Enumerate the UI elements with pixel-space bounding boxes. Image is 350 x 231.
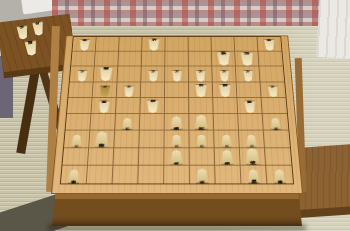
square-9e[interactable]: [67, 98, 93, 114]
shogi-piece-white-p[interactable]: 歩兵: [267, 86, 279, 98]
spectator-white-garment: [316, 0, 350, 59]
square-8c[interactable]: 飛車: [94, 67, 119, 82]
square-4c[interactable]: 歩兵: [189, 67, 213, 82]
shogi-piece-white-l[interactable]: 香車: [263, 39, 275, 50]
shogi-piece-black-n[interactable]: 桂馬: [247, 169, 261, 183]
square-9f[interactable]: [66, 114, 92, 131]
square-2b[interactable]: 角行: [235, 52, 259, 67]
square-6h[interactable]: [139, 148, 165, 166]
shogi-piece-white-p[interactable]: 歩兵: [99, 86, 111, 98]
shogi-piece-white-p[interactable]: 歩兵: [147, 70, 158, 81]
shogi-piece-white-p[interactable]: 歩兵: [195, 70, 206, 81]
shogi-piece-white-n[interactable]: 桂馬: [243, 101, 256, 114]
square-7c[interactable]: [117, 67, 141, 82]
square-9a[interactable]: 香車: [72, 37, 96, 52]
square-3b[interactable]: 王将: [212, 52, 236, 67]
square-7b[interactable]: [118, 52, 142, 67]
square-1c[interactable]: [259, 67, 284, 82]
shogi-piece-white-r[interactable]: 飛車: [98, 67, 113, 81]
square-4a[interactable]: [188, 37, 211, 52]
square-5b[interactable]: [165, 52, 189, 67]
square-3h[interactable]: 銀将: [215, 148, 241, 166]
shogi-piece-black-p[interactable]: 歩兵: [196, 135, 208, 147]
shogi-piece-black-l[interactable]: 香車: [67, 169, 81, 183]
captured-piece-p[interactable]: 歩兵: [16, 25, 30, 40]
shogi-piece-white-s[interactable]: 銀将: [218, 84, 231, 97]
square-2h[interactable]: 玉将: [240, 148, 266, 166]
square-9d[interactable]: [68, 82, 93, 98]
shogi-piece-black-g[interactable]: 金将: [170, 150, 184, 165]
shogi-piece-white-p[interactable]: 歩兵: [171, 70, 182, 81]
square-3d[interactable]: 銀将: [213, 82, 238, 98]
shogi-piece-black-p[interactable]: 歩兵: [269, 118, 281, 130]
square-3c[interactable]: 歩兵: [212, 67, 236, 82]
board-front-face: [52, 190, 302, 226]
square-2i[interactable]: 桂馬: [241, 165, 268, 183]
square-7g[interactable]: [114, 131, 140, 148]
square-6d[interactable]: [141, 82, 165, 98]
shogi-piece-black-p[interactable]: 歩兵: [121, 118, 133, 130]
shogi-piece-white-p[interactable]: 歩兵: [123, 86, 135, 98]
square-8e[interactable]: 桂馬: [91, 98, 116, 114]
square-4b[interactable]: [189, 52, 213, 67]
square-1f[interactable]: 歩兵: [263, 114, 289, 131]
shogi-piece-white-g[interactable]: 金将: [147, 39, 160, 51]
shogi-board-surface: 香車金将香車王将角行歩兵飛車歩兵歩兵歩兵歩兵歩兵歩兵歩兵金将銀将歩兵桂馬銀将桂馬…: [51, 36, 303, 194]
captured-piece-p[interactable]: 歩兵: [31, 21, 45, 36]
square-5h[interactable]: 金将: [164, 148, 189, 166]
square-1g[interactable]: [264, 131, 290, 148]
board-shadow: [48, 224, 306, 231]
shogi-piece-black-p[interactable]: 歩兵: [245, 135, 257, 147]
square-5f[interactable]: 銀将: [165, 114, 190, 131]
square-7f[interactable]: 歩兵: [115, 114, 140, 131]
square-5e[interactable]: [165, 98, 189, 114]
shogi-piece-black-r[interactable]: 飛車: [94, 131, 110, 147]
square-8i[interactable]: [87, 165, 114, 183]
square-8f[interactable]: [90, 114, 116, 131]
square-4i[interactable]: 金将: [190, 165, 216, 183]
shogi-piece-black-p[interactable]: 歩兵: [171, 135, 183, 147]
square-9i[interactable]: 香車: [61, 165, 88, 183]
square-3f[interactable]: [214, 114, 239, 131]
shogi-piece-black-k[interactable]: 玉将: [244, 148, 260, 164]
shogi-piece-white-p[interactable]: 歩兵: [218, 70, 229, 81]
square-1d[interactable]: 歩兵: [260, 82, 285, 98]
shogi-piece-black-s[interactable]: 銀将: [170, 116, 183, 130]
square-8d[interactable]: 歩兵: [93, 82, 118, 98]
square-6a[interactable]: 金将: [142, 37, 165, 52]
square-6g[interactable]: [139, 131, 164, 148]
square-5i[interactable]: [164, 165, 190, 183]
square-4f[interactable]: 角行: [189, 114, 214, 131]
captured-piece-n[interactable]: 桂馬: [24, 40, 39, 56]
player-plaid-clothing: [52, 0, 334, 26]
square-9h[interactable]: [62, 148, 89, 166]
shogi-piece-black-g[interactable]: 金将: [195, 168, 209, 183]
square-6i[interactable]: [138, 165, 164, 183]
square-4g[interactable]: 歩兵: [189, 131, 214, 148]
square-7a[interactable]: [119, 37, 143, 52]
square-8b[interactable]: [95, 52, 119, 67]
square-7d[interactable]: 歩兵: [117, 82, 142, 98]
shogi-piece-black-s[interactable]: 銀将: [220, 150, 234, 165]
shogi-piece-black-p[interactable]: 歩兵: [70, 135, 82, 147]
shogi-piece-black-b[interactable]: 角行: [194, 115, 209, 130]
square-6e[interactable]: 銀将: [140, 98, 165, 114]
square-2f[interactable]: [238, 114, 264, 131]
square-7i[interactable]: [113, 165, 139, 183]
photo-of-shogi-game: 歩兵歩兵桂馬 香車金将香車王将角行歩兵飛車歩兵歩兵歩兵歩兵歩兵歩兵歩兵金将銀将歩…: [0, 0, 350, 231]
square-6b[interactable]: [142, 52, 166, 67]
shogi-piece-white-k[interactable]: 王将: [216, 52, 231, 66]
square-4h[interactable]: [190, 148, 216, 166]
square-9g[interactable]: 歩兵: [64, 131, 90, 148]
square-9b[interactable]: [71, 52, 96, 67]
square-6f[interactable]: [140, 114, 165, 131]
square-3e[interactable]: [213, 98, 238, 114]
square-8a[interactable]: [96, 37, 120, 52]
square-7e[interactable]: [116, 98, 141, 114]
square-2c[interactable]: 歩兵: [236, 67, 261, 82]
square-2e[interactable]: 桂馬: [237, 98, 262, 114]
shogi-piece-black-l[interactable]: 香車: [273, 169, 287, 183]
shogi-piece-white-p[interactable]: 歩兵: [242, 70, 254, 81]
square-1h[interactable]: [265, 148, 292, 166]
square-1i[interactable]: 香車: [266, 165, 293, 183]
square-3i[interactable]: [215, 165, 241, 183]
square-2a[interactable]: [234, 37, 258, 52]
square-5c[interactable]: 歩兵: [165, 67, 189, 82]
shogi-grid: 香車金将香車王将角行歩兵飛車歩兵歩兵歩兵歩兵歩兵歩兵歩兵金将銀将歩兵桂馬銀将桂馬…: [60, 36, 294, 184]
square-2d[interactable]: [237, 82, 262, 98]
square-1a[interactable]: 香車: [257, 37, 281, 52]
square-5g[interactable]: 歩兵: [164, 131, 189, 148]
square-7h[interactable]: [113, 148, 139, 166]
shogi-piece-white-l[interactable]: 香車: [78, 39, 90, 50]
square-3g[interactable]: 歩兵: [214, 131, 240, 148]
shogi-piece-white-p[interactable]: 歩兵: [76, 70, 88, 81]
square-4e[interactable]: [189, 98, 214, 114]
square-1b[interactable]: [258, 52, 283, 67]
shogi-piece-white-s[interactable]: 銀将: [146, 100, 159, 114]
shogi-piece-white-b[interactable]: 角行: [239, 52, 254, 66]
square-1e[interactable]: [261, 98, 287, 114]
square-9c[interactable]: 歩兵: [70, 67, 95, 82]
square-8h[interactable]: [88, 148, 114, 166]
square-6c[interactable]: 歩兵: [141, 67, 165, 82]
board-perspective-wrap: 香車金将香車王将角行歩兵飛車歩兵歩兵歩兵歩兵歩兵歩兵歩兵金将銀将歩兵桂馬銀将桂馬…: [51, 36, 303, 194]
shogi-piece-white-g[interactable]: 金将: [194, 84, 207, 97]
shogi-piece-white-n[interactable]: 桂馬: [97, 101, 110, 114]
square-5d[interactable]: [165, 82, 189, 98]
square-3a[interactable]: [211, 37, 235, 52]
shogi-piece-black-p[interactable]: 歩兵: [220, 135, 232, 147]
square-8g[interactable]: 飛車: [89, 131, 115, 148]
square-2g[interactable]: 歩兵: [239, 131, 265, 148]
square-5a[interactable]: [165, 37, 188, 52]
square-4d[interactable]: 金将: [189, 82, 213, 98]
